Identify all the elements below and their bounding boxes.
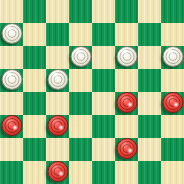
square-d3	[69, 115, 92, 138]
square-b7	[23, 23, 46, 46]
square-f8[interactable]	[115, 0, 138, 23]
square-h3	[161, 115, 184, 138]
square-f2[interactable]	[115, 138, 138, 161]
square-a6	[0, 46, 23, 69]
checkers-board	[0, 0, 184, 184]
square-a2	[0, 138, 23, 161]
white-checker[interactable]	[48, 69, 69, 90]
square-h8[interactable]	[161, 0, 184, 23]
square-a5[interactable]	[0, 69, 23, 92]
red-checker[interactable]	[163, 92, 184, 113]
square-c3[interactable]	[46, 115, 69, 138]
square-c8	[46, 0, 69, 23]
square-e5[interactable]	[92, 69, 115, 92]
square-b2[interactable]	[23, 138, 46, 161]
square-g1[interactable]	[138, 161, 161, 184]
square-g2	[138, 138, 161, 161]
square-f7	[115, 23, 138, 46]
square-d2[interactable]	[69, 138, 92, 161]
square-d1	[69, 161, 92, 184]
square-c6	[46, 46, 69, 69]
square-h6[interactable]	[161, 46, 184, 69]
square-d6[interactable]	[69, 46, 92, 69]
square-h7	[161, 23, 184, 46]
square-c2	[46, 138, 69, 161]
square-g3[interactable]	[138, 115, 161, 138]
square-f1	[115, 161, 138, 184]
square-c4	[46, 92, 69, 115]
square-a8	[0, 0, 23, 23]
square-f6[interactable]	[115, 46, 138, 69]
white-checker[interactable]	[2, 69, 23, 90]
square-d4[interactable]	[69, 92, 92, 115]
square-e7[interactable]	[92, 23, 115, 46]
square-e8	[92, 0, 115, 23]
square-e6	[92, 46, 115, 69]
red-checker[interactable]	[2, 115, 23, 136]
square-f5	[115, 69, 138, 92]
red-checker[interactable]	[48, 161, 69, 182]
square-b6[interactable]	[23, 46, 46, 69]
square-a7[interactable]	[0, 23, 23, 46]
square-g8	[138, 0, 161, 23]
square-e1[interactable]	[92, 161, 115, 184]
square-g6	[138, 46, 161, 69]
square-h4[interactable]	[161, 92, 184, 115]
square-b4[interactable]	[23, 92, 46, 115]
square-c1[interactable]	[46, 161, 69, 184]
square-a3[interactable]	[0, 115, 23, 138]
square-h2[interactable]	[161, 138, 184, 161]
white-checker[interactable]	[117, 46, 138, 67]
square-e3[interactable]	[92, 115, 115, 138]
square-f4[interactable]	[115, 92, 138, 115]
square-h5	[161, 69, 184, 92]
square-b3	[23, 115, 46, 138]
red-checker[interactable]	[48, 115, 69, 136]
white-checker[interactable]	[163, 46, 184, 67]
square-d8[interactable]	[69, 0, 92, 23]
square-c7[interactable]	[46, 23, 69, 46]
square-c5[interactable]	[46, 69, 69, 92]
square-f3	[115, 115, 138, 138]
square-g4	[138, 92, 161, 115]
square-d5	[69, 69, 92, 92]
square-e4	[92, 92, 115, 115]
square-h1	[161, 161, 184, 184]
white-checker[interactable]	[2, 23, 23, 44]
white-checker[interactable]	[71, 46, 92, 67]
red-checker[interactable]	[117, 92, 138, 113]
square-d7	[69, 23, 92, 46]
square-g7[interactable]	[138, 23, 161, 46]
square-b8[interactable]	[23, 0, 46, 23]
square-g5[interactable]	[138, 69, 161, 92]
square-a1[interactable]	[0, 161, 23, 184]
square-b5	[23, 69, 46, 92]
square-b1	[23, 161, 46, 184]
red-checker[interactable]	[117, 138, 138, 159]
square-a4	[0, 92, 23, 115]
square-e2	[92, 138, 115, 161]
